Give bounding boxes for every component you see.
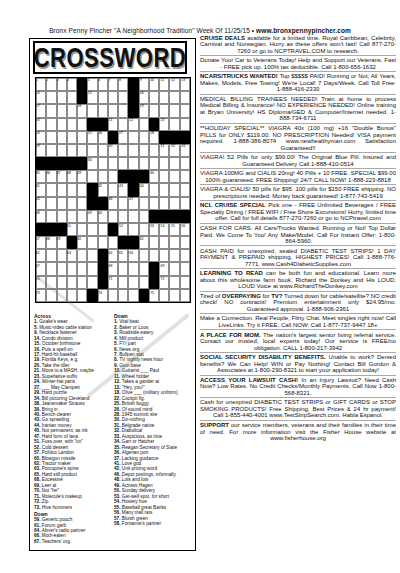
grid-cell [87,170,97,183]
grid-cell [149,249,159,262]
classified-ad: CRUISE DEALS available for a limited tim… [200,33,396,55]
grid-cell [180,223,190,236]
crossword-banner: CROSSWORD [33,41,187,74]
grid-cell [159,262,169,275]
grid-cell [57,276,67,289]
grid-cell [118,289,128,302]
grid-cell [149,197,159,210]
grid-cell [67,183,77,196]
grid-cell [57,131,67,144]
grid-cell [139,276,149,289]
grid-cell [46,197,56,210]
grid-cell-black [98,118,108,131]
grid-cell [77,170,87,183]
classified-ad: Donate Your Car to Veterans Today! Help … [200,55,396,71]
grid-cell [98,157,108,170]
grid-cell [57,104,67,117]
grid-cell [139,131,149,144]
ad-text: Cash for unexpired DIABETIC TEST STRIPS … [200,399,396,419]
grid-cell-black [98,249,108,262]
grid-cell [180,289,190,302]
grid-cell [139,249,149,262]
grid-cell [128,144,138,157]
clue: 58. Fontanne's partner [114,521,191,526]
grid-cell [46,262,56,275]
grid-cell [159,249,169,262]
grid-cell [108,118,118,131]
grid-cell [139,118,149,131]
grid-cell [118,118,128,131]
crossword-section: CROSSWORD 123456789101112131415161718192… [29,38,196,551]
grid-cell [149,223,159,236]
grid-cell-black [118,170,128,183]
grid-cell [46,78,56,91]
classified-ad: LEARNING TO READ can be both fun and edu… [200,268,396,291]
grid-cell [67,210,77,223]
grid-cell [118,157,128,170]
grid-cell-black [128,236,138,249]
grid-cell [139,91,149,104]
classified-ad: Make a Connection. Real People, Flirty C… [200,313,396,329]
grid-cell [108,197,118,210]
grid-cell [180,249,190,262]
grid-cell [67,223,77,236]
grid-cell [46,91,56,104]
grid-cell [87,157,97,170]
grid-cell-black [77,78,87,91]
grid-cell [36,104,46,117]
grid-cell [180,104,190,117]
grid-cell-black [36,157,46,170]
ad-text: CASH FOR CARS: All Cars/Trucks Wanted. R… [200,224,396,244]
classified-ad: NCL CRUISE SPECIAL Pick one - FREE Unlim… [200,200,396,223]
grid-cell [57,91,67,104]
grid-cell [57,236,67,249]
grid-cell [36,78,46,91]
grid-cell [118,276,128,289]
grid-cell [118,78,128,91]
classified-ad: VIAGRA 100MG and CIALIS 20mg! 40 Pills +… [200,168,396,184]
grid-cell [87,276,97,289]
grid-cell [77,210,87,223]
grid-cell [98,131,108,144]
grid-cell [149,170,159,183]
grid-cell-black [77,157,87,170]
grid-cell [46,210,56,223]
grid-cell [108,262,118,275]
clue-number: 67. [34,538,42,544]
clue-column-left: Across1. Goalie's wear5. Music-video cab… [34,312,111,544]
grid-cell [159,236,169,249]
grid-cell [169,262,179,275]
grid-cell [57,144,67,157]
grid-cell [180,262,190,275]
grid-cell [128,210,138,223]
grid-cell [57,118,67,131]
grid-cell [87,223,97,236]
grid-cell [57,249,67,262]
grid-cell [139,262,149,275]
ad-text: VIAGRA & CIALIS! 50 pills for $95. 100 p… [200,186,396,200]
grid-cell [46,289,56,302]
grid-cell [36,131,46,144]
classified-ad: NCARS/TRUCKS WANTED! Top $$$$$ PAID! Run… [200,71,396,94]
grid-cell-black [67,236,77,249]
grid-cell [139,104,149,117]
grid-cell [87,210,97,223]
clue-number: 73. [34,504,42,510]
grid-cell [139,78,149,91]
clue: 67. Teachers' org. [34,539,111,544]
grid-cell [118,131,128,144]
crossword-grid [35,77,191,303]
grid-cell [169,157,179,170]
grid-cell [77,144,87,157]
grid-cell [159,118,169,131]
grid-cell-black [149,262,159,275]
grid-cell [159,183,169,196]
grid-cell-black [36,223,46,236]
grid-cell [149,104,159,117]
grid-cell [98,210,108,223]
grid-cell-black [57,157,67,170]
grid-cell [128,157,138,170]
grid-cell-black [87,289,97,302]
clue-number: 58. [114,520,122,526]
grid-cell-black [149,276,159,289]
grid-cell-black [159,210,169,223]
classifieds-column: CRUISE DEALS available for a limited tim… [200,33,396,569]
grid-cell [77,276,87,289]
grid-cell-black [169,210,179,223]
grid-cell [180,157,190,170]
grid-cell-black [98,262,108,275]
grid-cell [128,249,138,262]
grid-cell [139,157,149,170]
grid-cell [128,276,138,289]
grid-cell [98,91,108,104]
classified-ad: VIAGRA! 52 Pills for only $99.00! The Or… [200,152,396,168]
grid-cell [169,289,179,302]
grid-cell [98,289,108,302]
grid-cell [67,104,77,117]
grid-cell [108,276,118,289]
grid-cell-black [149,118,159,131]
grid-cell [118,197,128,210]
classified-ad: Cash for unexpired DIABETIC TEST STRIPS … [200,397,396,420]
grid-cell [149,78,159,91]
grid-cell [67,197,77,210]
grid-cell [87,104,97,117]
grid-cell [98,144,108,157]
grid-cell-black [67,157,77,170]
grid-cell [36,249,46,262]
classified-ad: CASH FOR CARS: All Cars/Trucks Wanted. R… [200,223,396,246]
grid-cell [108,157,118,170]
grid-cell [98,78,108,91]
grid-cell [67,249,77,262]
grid-cell [36,210,46,223]
grid-cell [67,144,77,157]
grid-cell [77,236,87,249]
grid-cell [149,236,159,249]
grid-cell [36,197,46,210]
grid-cell-black [149,210,159,223]
grid-cell [57,78,67,91]
grid-cell-black [128,170,138,183]
grid-cell [108,104,118,117]
grid-cell [159,104,169,117]
grid-cell [87,249,97,262]
grid-cell [57,170,67,183]
grid-cell [108,78,118,91]
grid-cell [149,91,159,104]
grid-cell [108,170,118,183]
grid-cell [128,197,138,210]
grid-cell [149,144,159,157]
grid-cell-black [128,78,138,91]
grid-cell [77,131,87,144]
grid-cell [169,183,179,196]
grid-cell-black [77,91,87,104]
grid-cell [180,183,190,196]
grid-cell [169,170,179,183]
grid-cell [159,197,169,210]
grid-cell [159,223,169,236]
grid-cell [57,289,67,302]
grid-cell [46,131,56,144]
grid-cell [87,131,97,144]
grid-cell [139,197,149,210]
classified-ad: Tired of OVERPAYING for TV? Turned down … [200,291,396,314]
grid-cell [128,262,138,275]
grid-cell [77,104,87,117]
grid-cell [46,249,56,262]
grid-cell [118,223,128,236]
ad-text: MEDICAL BILLING TRAINEES NEEDED! Train a… [200,95,396,122]
ad-text: Donate Your Car to Veterans Today! Help … [200,56,396,70]
ad-text: **HOLIDAY SPECIAL** VIAGRA 40x (100 mg) … [200,124,396,151]
grid-cell [128,223,138,236]
grid-cell [149,157,159,170]
grid-cell [159,289,169,302]
grid-cell [169,223,179,236]
grid-cell-black [159,131,169,144]
grid-cell [108,210,118,223]
grid-cell [159,144,169,157]
classified-ad: MEDICAL BILLING TRAINEES NEEDED! Train a… [200,94,396,123]
grid-cell [46,276,56,289]
grid-cell [118,104,128,117]
classified-ad: VIAGRA & CIALIS! 50 pills for $95. 100 p… [200,184,396,200]
grid-cell [108,289,118,302]
grid-cell [108,144,118,157]
grid-cell [169,104,179,117]
grid-cell [149,131,159,144]
classified-ad: **HOLIDAY SPECIAL** VIAGRA 40x (100 mg) … [200,123,396,152]
grid-cell-black [108,223,118,236]
grid-cell [118,183,128,196]
grid-cell [67,289,77,302]
grid-cell [98,183,108,196]
grid-cell [77,197,87,210]
grid-cell [98,170,108,183]
grid-cell [169,197,179,210]
grid-cell [118,91,128,104]
grid-cell [118,144,128,157]
clue-lists: Across1. Goalie's wear5. Music-video cab… [34,312,192,546]
grid-cell-black [87,118,97,131]
grid-cell [57,197,67,210]
grid-cell-black [139,170,149,183]
grid-cell [159,78,169,91]
grid-cell [180,170,190,183]
grid-cell [67,262,77,275]
grid-cell [87,262,97,275]
grid-cell [46,236,56,249]
grid-cell [108,236,118,249]
grid-cell [169,249,179,262]
grid-cell [87,144,97,157]
grid-cell [36,276,46,289]
grid-cell [108,91,118,104]
grid-cell [36,236,46,249]
grid-cell [77,249,87,262]
clue-column-right: Down1. Vital beat2. Baker or Loos3. Road… [114,312,191,526]
ad-text: CASH PAID for unexpired, sealed DIABETIC… [200,247,396,267]
grid-cell [139,223,149,236]
grid-cell [180,118,190,131]
grid-cell [77,183,87,196]
classified-ad: A PLACE FOR MOM. The nation's largest se… [200,330,396,353]
grid-cell [77,118,87,131]
ad-text: our service members, veterans and their … [200,421,396,441]
grid-cell [139,183,149,196]
grid-cell [108,183,118,196]
grid-cell [67,170,77,183]
grid-cell [149,183,159,196]
grid-cell [139,144,149,157]
grid-cell-black [128,91,138,104]
grid-cell [118,262,128,275]
grid-cell-black [98,197,108,210]
grid-cell [139,210,149,223]
classified-ads-list: CRUISE DEALS available for a limited tim… [200,33,396,443]
grid-cell [57,183,67,196]
grid-cell [118,210,128,223]
grid-cell [159,276,169,289]
grid-cell [36,289,46,302]
grid-cell [159,157,169,170]
grid-cell-black [57,223,67,236]
grid-cell [98,104,108,117]
grid-cell [180,144,190,157]
grid-cell [169,118,179,131]
grid-cell [98,236,108,249]
grid-cell [108,249,118,262]
grid-cell [67,118,77,131]
grid-cell [67,276,77,289]
grid-cell [98,223,108,236]
ad-text: VIAGRA! 52 Pills for only $99.00! The Or… [200,153,396,167]
grid-cell [139,236,149,249]
classified-ad: CASH PAID for unexpired, sealed DIABETIC… [200,246,396,269]
grid-cell [57,262,67,275]
grid-cell [46,118,56,131]
ad-text: VIAGRA 100MG and CIALIS 20mg! 40 Pills +… [200,169,396,183]
grid-cell [46,104,56,117]
grid-cell [169,236,179,249]
crossword-title: CROSSWORD [34,42,187,73]
classified-ad: SOCIAL SECURITY DISABILITY BENEFITS. Una… [200,352,396,375]
grid-cell [87,236,97,249]
grid-cell [36,91,46,104]
grid-cell [159,170,169,183]
grid-cell [36,183,46,196]
grid-cell [180,78,190,91]
classified-ad: ACCESS YOUR LAWSUIT CASH! In an Injury L… [200,375,396,398]
grid-cell [87,91,97,104]
grid-cell [77,223,87,236]
grid-cell [180,276,190,289]
grid-cell-black [108,131,118,144]
grid-cell-black [180,210,190,223]
grid-cell [67,131,77,144]
grid-cell [169,144,179,157]
grid-cell [57,210,67,223]
grid-cell [180,236,190,249]
grid-cell-black [46,157,56,170]
grid-cell [87,78,97,91]
grid-cell [128,289,138,302]
grid-cell [36,118,46,131]
grid-cell-black [46,223,56,236]
grid-cell [36,170,46,183]
grid-cell [128,118,138,131]
classified-ad: SUPPORT our service members, veterans an… [200,420,396,443]
ad-text: Make a Connection. Real People, Flirty C… [200,315,396,329]
grid-cell-black [87,183,97,196]
grid-cell [36,144,46,157]
grid-cell-black [169,131,179,144]
grid-cell-black [180,131,190,144]
clue: 73. Hive hummers [34,504,111,509]
grid-cell-black [128,104,138,117]
grid-cell [180,197,190,210]
grid-cell [159,91,169,104]
grid-cell [46,183,56,196]
grid-cell-black [98,276,108,289]
grid-cell [128,131,138,144]
grid-cell [36,262,46,275]
grid-cell [67,91,77,104]
grid-cell-black [87,197,97,210]
grid-cell [169,78,179,91]
grid-cell [169,276,179,289]
grid-cell-black [118,236,128,249]
grid-cell [46,144,56,157]
grid-cell [77,262,87,275]
grid-cell [46,170,56,183]
grid-cell [77,289,87,302]
newspaper-page: Bronx Penny Pincher "A Neighborhood Trad… [0,0,400,573]
grid-cell [180,91,190,104]
grid-cell [118,249,128,262]
grid-cell [149,289,159,302]
grid-cell [169,91,179,104]
grid-cell-black [128,183,138,196]
grid-cell [67,78,77,91]
